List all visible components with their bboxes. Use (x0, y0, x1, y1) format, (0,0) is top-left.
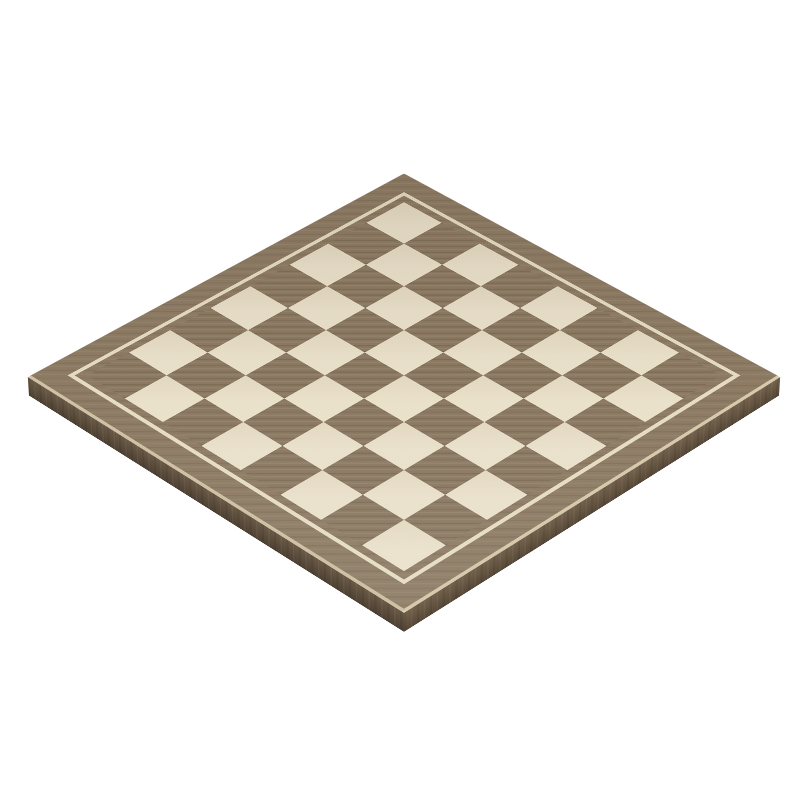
square-h3 (445, 470, 527, 520)
square-e1 (241, 446, 323, 495)
square-g1 (321, 495, 404, 545)
square-f3 (363, 422, 444, 470)
square-h5 (526, 422, 607, 470)
board-face (28, 173, 780, 612)
square-e3 (324, 399, 404, 446)
square-h7 (603, 375, 683, 422)
square-g6 (524, 375, 604, 422)
square-f2 (322, 446, 404, 495)
square-f1 (281, 470, 363, 520)
square-g2 (363, 470, 445, 520)
square-d2 (243, 399, 323, 446)
square-g5 (484, 399, 564, 446)
square-h4 (486, 446, 568, 495)
square-g4 (445, 422, 526, 470)
square-d3 (284, 375, 364, 422)
square-f4 (404, 399, 484, 446)
square-e2 (282, 422, 363, 470)
square-h1 (362, 520, 446, 571)
square-g3 (404, 446, 486, 495)
product-photo-scene (0, 0, 800, 800)
square-d1 (201, 422, 282, 470)
board-squares (87, 202, 720, 571)
square-e4 (364, 375, 444, 422)
square-b1 (125, 375, 205, 422)
square-h6 (565, 399, 645, 446)
square-c2 (205, 375, 285, 422)
square-f5 (444, 375, 524, 422)
square-h2 (404, 495, 487, 545)
square-c1 (163, 399, 243, 446)
chess-board (28, 173, 780, 612)
